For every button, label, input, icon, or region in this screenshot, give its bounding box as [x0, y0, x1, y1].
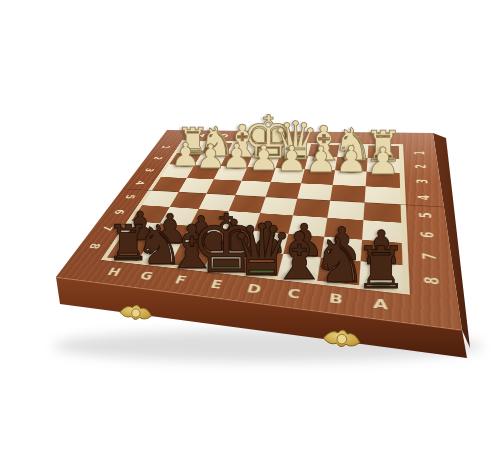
- chess-set-photo: HHGGFFEEDDCCBBAA1122334455667788 ♜♞♝♛♚♝♞…: [0, 0, 500, 450]
- rank-label-right-2: 2: [414, 164, 429, 169]
- rank-label-right-6: 6: [419, 231, 437, 238]
- pawn-glyph: ♟: [305, 142, 337, 178]
- rank-label-left-8: 8: [86, 242, 102, 249]
- rank-label-right-5: 5: [418, 212, 435, 219]
- rank-label-left-2: 2: [151, 156, 164, 160]
- rank-label-left-5: 5: [123, 194, 137, 199]
- pawn-glyph: ♟: [248, 141, 279, 176]
- rank-label-left-4: 4: [133, 180, 147, 185]
- rank-label-right-1: 1: [413, 151, 427, 155]
- rank-label-left-3: 3: [142, 168, 155, 172]
- rank-label-right-7: 7: [421, 252, 440, 260]
- rook-glyph: ♜: [355, 239, 407, 297]
- pawn-glyph: ♟: [335, 142, 368, 179]
- rank-label-right-8: 8: [422, 276, 442, 286]
- pawn-glyph: ♟: [196, 140, 226, 173]
- pawn-glyph: ♟: [276, 141, 308, 176]
- rank-label-left-1: 1: [160, 145, 172, 148]
- pawn-glyph: ♟: [366, 143, 399, 180]
- rank-label-right-4: 4: [416, 194, 432, 200]
- rank-label-right-3: 3: [415, 179, 431, 184]
